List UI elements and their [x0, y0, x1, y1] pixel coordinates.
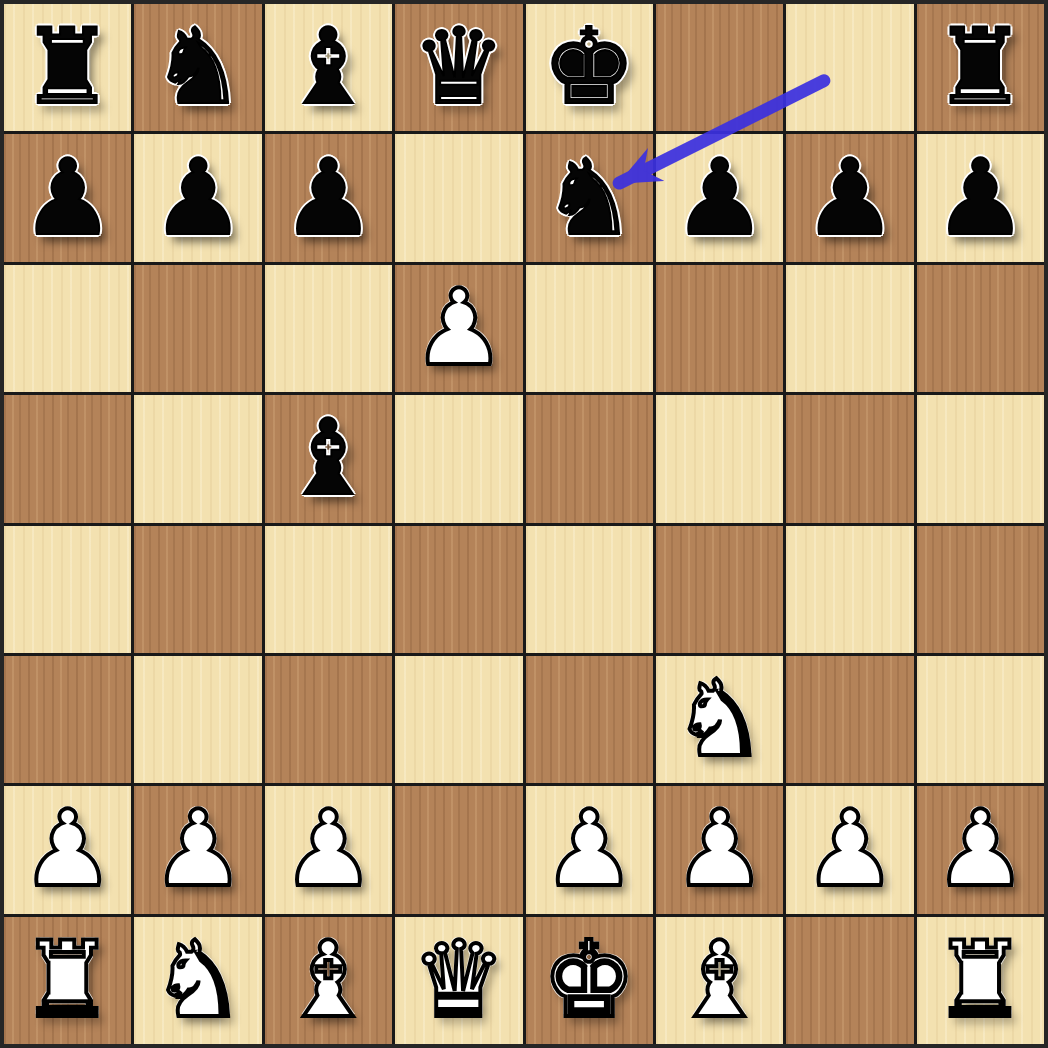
square-g3[interactable]	[786, 656, 913, 783]
square-b1[interactable]: ♞	[134, 917, 261, 1044]
white-pawn[interactable]: ♟	[542, 797, 636, 902]
black-pawn[interactable]: ♟	[933, 146, 1027, 251]
white-pawn[interactable]: ♟	[803, 797, 897, 902]
chess-board-frame: ♜♞♝♛♚♜♟♟♟♞♟♟♟♟♝♞♟♟♟♟♟♟♟♜♞♝♛♚♝♜	[0, 0, 1048, 1048]
square-a5[interactable]	[4, 395, 131, 522]
black-knight[interactable]: ♞	[151, 15, 245, 120]
square-b4[interactable]	[134, 526, 261, 653]
square-d1[interactable]: ♛	[395, 917, 522, 1044]
square-b8[interactable]: ♞	[134, 4, 261, 131]
square-e3[interactable]	[526, 656, 653, 783]
square-c2[interactable]: ♟	[265, 786, 392, 913]
black-pawn[interactable]: ♟	[803, 146, 897, 251]
square-f7[interactable]: ♟	[656, 134, 783, 261]
square-c5[interactable]: ♝	[265, 395, 392, 522]
square-f8[interactable]	[656, 4, 783, 131]
square-f3[interactable]: ♞	[656, 656, 783, 783]
square-c4[interactable]	[265, 526, 392, 653]
white-bishop[interactable]: ♝	[672, 928, 766, 1033]
white-pawn[interactable]: ♟	[21, 797, 115, 902]
square-f4[interactable]	[656, 526, 783, 653]
square-c1[interactable]: ♝	[265, 917, 392, 1044]
white-pawn[interactable]: ♟	[672, 797, 766, 902]
square-a4[interactable]	[4, 526, 131, 653]
black-queen[interactable]: ♛	[412, 15, 506, 120]
square-b5[interactable]	[134, 395, 261, 522]
square-a6[interactable]	[4, 265, 131, 392]
square-e8[interactable]: ♚	[526, 4, 653, 131]
white-rook[interactable]: ♜	[21, 928, 115, 1033]
white-queen[interactable]: ♛	[412, 928, 506, 1033]
square-a8[interactable]: ♜	[4, 4, 131, 131]
white-king[interactable]: ♚	[542, 928, 636, 1033]
square-b2[interactable]: ♟	[134, 786, 261, 913]
white-rook[interactable]: ♜	[933, 928, 1027, 1033]
square-g2[interactable]: ♟	[786, 786, 913, 913]
black-pawn[interactable]: ♟	[672, 146, 766, 251]
white-pawn[interactable]: ♟	[412, 276, 506, 381]
square-c3[interactable]	[265, 656, 392, 783]
square-b6[interactable]	[134, 265, 261, 392]
black-pawn[interactable]: ♟	[281, 146, 375, 251]
square-g1[interactable]	[786, 917, 913, 1044]
square-a1[interactable]: ♜	[4, 917, 131, 1044]
square-h5[interactable]	[917, 395, 1044, 522]
white-knight[interactable]: ♞	[672, 667, 766, 772]
square-h3[interactable]	[917, 656, 1044, 783]
white-pawn[interactable]: ♟	[933, 797, 1027, 902]
black-bishop[interactable]: ♝	[281, 15, 375, 120]
square-f5[interactable]	[656, 395, 783, 522]
square-e2[interactable]: ♟	[526, 786, 653, 913]
white-pawn[interactable]: ♟	[281, 797, 375, 902]
chess-board: ♜♞♝♛♚♜♟♟♟♞♟♟♟♟♝♞♟♟♟♟♟♟♟♜♞♝♛♚♝♜	[4, 4, 1044, 1044]
square-d7[interactable]	[395, 134, 522, 261]
black-pawn[interactable]: ♟	[21, 146, 115, 251]
square-f6[interactable]	[656, 265, 783, 392]
square-h7[interactable]: ♟	[917, 134, 1044, 261]
square-a2[interactable]: ♟	[4, 786, 131, 913]
square-g4[interactable]	[786, 526, 913, 653]
square-e7[interactable]: ♞	[526, 134, 653, 261]
square-e1[interactable]: ♚	[526, 917, 653, 1044]
square-e6[interactable]	[526, 265, 653, 392]
square-a3[interactable]	[4, 656, 131, 783]
square-g5[interactable]	[786, 395, 913, 522]
square-d2[interactable]	[395, 786, 522, 913]
square-e5[interactable]	[526, 395, 653, 522]
square-a7[interactable]: ♟	[4, 134, 131, 261]
square-c8[interactable]: ♝	[265, 4, 392, 131]
square-e4[interactable]	[526, 526, 653, 653]
black-king[interactable]: ♚	[542, 15, 636, 120]
square-h1[interactable]: ♜	[917, 917, 1044, 1044]
white-knight[interactable]: ♞	[151, 928, 245, 1033]
square-g6[interactable]	[786, 265, 913, 392]
square-h2[interactable]: ♟	[917, 786, 1044, 913]
square-h4[interactable]	[917, 526, 1044, 653]
square-b7[interactable]: ♟	[134, 134, 261, 261]
black-rook[interactable]: ♜	[21, 15, 115, 120]
black-bishop[interactable]: ♝	[281, 406, 375, 511]
square-c6[interactable]	[265, 265, 392, 392]
black-rook[interactable]: ♜	[933, 15, 1027, 120]
black-pawn[interactable]: ♟	[151, 146, 245, 251]
square-d3[interactable]	[395, 656, 522, 783]
square-d4[interactable]	[395, 526, 522, 653]
square-g8[interactable]	[786, 4, 913, 131]
square-d6[interactable]: ♟	[395, 265, 522, 392]
square-f1[interactable]: ♝	[656, 917, 783, 1044]
square-g7[interactable]: ♟	[786, 134, 913, 261]
square-f2[interactable]: ♟	[656, 786, 783, 913]
white-pawn[interactable]: ♟	[151, 797, 245, 902]
square-c7[interactable]: ♟	[265, 134, 392, 261]
square-h8[interactable]: ♜	[917, 4, 1044, 131]
square-h6[interactable]	[917, 265, 1044, 392]
square-d8[interactable]: ♛	[395, 4, 522, 131]
black-knight[interactable]: ♞	[542, 146, 636, 251]
square-d5[interactable]	[395, 395, 522, 522]
square-b3[interactable]	[134, 656, 261, 783]
white-bishop[interactable]: ♝	[281, 928, 375, 1033]
